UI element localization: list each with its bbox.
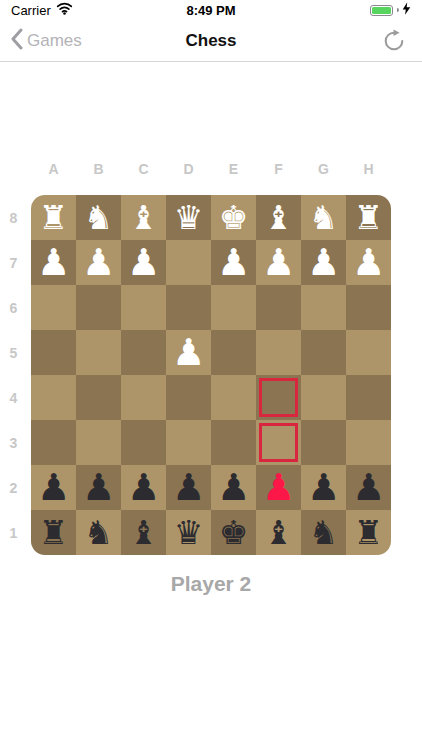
square-B7[interactable]: ♟ (76, 240, 121, 285)
navigation-bar: Games Chess (0, 20, 422, 62)
piece-white-rook: ♜ (354, 201, 384, 234)
battery-icon (370, 5, 393, 16)
square-G6[interactable] (301, 285, 346, 330)
square-G5[interactable] (301, 330, 346, 375)
piece-black-king: ♚ (219, 516, 249, 549)
piece-white-pawn: ♟ (262, 244, 295, 281)
square-E2[interactable]: ♟ (211, 465, 256, 510)
piece-black-pawn: ♟ (127, 469, 160, 506)
file-label-A: A (31, 161, 76, 177)
square-G1[interactable]: ♞ (301, 510, 346, 555)
piece-black-rook: ♜ (39, 516, 69, 549)
rank-label-6: 6 (0, 285, 27, 330)
square-B3[interactable] (76, 420, 121, 465)
piece-white-pawn: ♟ (127, 244, 160, 281)
square-C2[interactable]: ♟ (121, 465, 166, 510)
piece-white-pawn: ♟ (172, 334, 205, 371)
piece-white-pawn: ♟ (37, 244, 70, 281)
phone-screen: Carrier 8:49 PM Games (0, 0, 422, 750)
square-D5[interactable]: ♟ (166, 330, 211, 375)
square-E7[interactable]: ♟ (211, 240, 256, 285)
file-label-C: C (121, 161, 166, 177)
piece-black-pawn: ♟ (217, 469, 250, 506)
piece-black-pawn-selected: ♟ (262, 469, 295, 506)
piece-white-knight: ♞ (309, 201, 339, 234)
piece-white-pawn: ♟ (307, 244, 340, 281)
square-G2[interactable]: ♟ (301, 465, 346, 510)
battery-nub (397, 8, 399, 12)
square-G4[interactable] (301, 375, 346, 420)
piece-white-pawn: ♟ (217, 244, 250, 281)
charging-bolt-icon (402, 2, 411, 18)
square-D7[interactable] (166, 240, 211, 285)
square-D1[interactable]: ♛ (166, 510, 211, 555)
piece-black-pawn: ♟ (172, 469, 205, 506)
board-file-labels: ABCDEFGH (31, 161, 391, 177)
square-F7[interactable]: ♟ (256, 240, 301, 285)
square-C6[interactable] (121, 285, 166, 330)
refresh-button[interactable] (382, 28, 408, 54)
piece-black-knight: ♞ (84, 516, 114, 549)
square-G8[interactable]: ♞ (301, 195, 346, 240)
piece-white-queen: ♛ (174, 201, 204, 234)
square-H6[interactable] (346, 285, 391, 330)
square-A7[interactable]: ♟ (31, 240, 76, 285)
square-A4[interactable] (31, 375, 76, 420)
move-highlight-F3 (259, 423, 298, 462)
wifi-icon (56, 2, 73, 18)
square-H7[interactable]: ♟ (346, 240, 391, 285)
square-D2[interactable]: ♟ (166, 465, 211, 510)
square-C7[interactable]: ♟ (121, 240, 166, 285)
piece-white-pawn: ♟ (352, 244, 385, 281)
piece-white-bishop: ♝ (129, 201, 159, 234)
square-E8[interactable]: ♚ (211, 195, 256, 240)
piece-black-rook: ♜ (354, 516, 384, 549)
square-E5[interactable] (211, 330, 256, 375)
square-D3[interactable] (166, 420, 211, 465)
square-H4[interactable] (346, 375, 391, 420)
piece-black-knight: ♞ (309, 516, 339, 549)
square-A2[interactable]: ♟ (31, 465, 76, 510)
rank-label-3: 3 (0, 420, 27, 465)
square-D8[interactable]: ♛ (166, 195, 211, 240)
square-B1[interactable]: ♞ (76, 510, 121, 555)
rank-label-7: 7 (0, 240, 27, 285)
square-A3[interactable] (31, 420, 76, 465)
square-F2[interactable]: ♟ (256, 465, 301, 510)
square-C4[interactable] (121, 375, 166, 420)
file-label-F: F (256, 161, 301, 177)
rank-label-4: 4 (0, 375, 27, 420)
square-C3[interactable] (121, 420, 166, 465)
rank-label-5: 5 (0, 330, 27, 375)
square-H5[interactable] (346, 330, 391, 375)
square-E3[interactable] (211, 420, 256, 465)
piece-black-bishop: ♝ (129, 516, 159, 549)
square-F6[interactable] (256, 285, 301, 330)
square-A8[interactable]: ♜ (31, 195, 76, 240)
file-label-G: G (301, 161, 346, 177)
square-A6[interactable] (31, 285, 76, 330)
square-G3[interactable] (301, 420, 346, 465)
square-A5[interactable] (31, 330, 76, 375)
piece-black-pawn: ♟ (82, 469, 115, 506)
piece-white-pawn: ♟ (82, 244, 115, 281)
square-H8[interactable]: ♜ (346, 195, 391, 240)
square-E6[interactable] (211, 285, 256, 330)
square-C8[interactable]: ♝ (121, 195, 166, 240)
square-G7[interactable]: ♟ (301, 240, 346, 285)
status-bar: Carrier 8:49 PM (0, 0, 422, 20)
square-F5[interactable] (256, 330, 301, 375)
square-H1[interactable]: ♜ (346, 510, 391, 555)
move-highlight-F4 (259, 378, 298, 417)
square-B4[interactable] (76, 375, 121, 420)
piece-white-king: ♚ (219, 201, 249, 234)
piece-black-queen: ♛ (174, 516, 204, 549)
square-H3[interactable] (346, 420, 391, 465)
rank-label-8: 8 (0, 195, 27, 240)
piece-black-pawn: ♟ (37, 469, 70, 506)
square-B5[interactable] (76, 330, 121, 375)
piece-white-knight: ♞ (84, 201, 114, 234)
piece-white-rook: ♜ (39, 201, 69, 234)
piece-black-bishop: ♝ (264, 516, 294, 549)
piece-black-pawn: ♟ (352, 469, 385, 506)
square-F8[interactable]: ♝ (256, 195, 301, 240)
current-player-label: Player 2 (0, 572, 422, 596)
square-A1[interactable]: ♜ (31, 510, 76, 555)
square-B2[interactable]: ♟ (76, 465, 121, 510)
chess-board: ♜♞♝♛♚♝♞♜♟♟♟♟♟♟♟♟♟♟♟♟♟♟♟♟♜♞♝♛♚♝♞♜ (31, 195, 391, 555)
page-title: Chess (0, 31, 422, 51)
square-E1[interactable]: ♚ (211, 510, 256, 555)
square-D4[interactable] (166, 375, 211, 420)
rank-label-1: 1 (0, 510, 27, 555)
board-rank-labels: 87654321 (0, 195, 27, 555)
piece-black-pawn: ♟ (307, 469, 340, 506)
square-C1[interactable]: ♝ (121, 510, 166, 555)
square-F1[interactable]: ♝ (256, 510, 301, 555)
square-H2[interactable]: ♟ (346, 465, 391, 510)
square-F3[interactable] (256, 420, 301, 465)
carrier-label: Carrier (11, 3, 51, 18)
square-E4[interactable] (211, 375, 256, 420)
square-C5[interactable] (121, 330, 166, 375)
square-D6[interactable] (166, 285, 211, 330)
file-label-D: D (166, 161, 211, 177)
file-label-H: H (346, 161, 391, 177)
file-label-B: B (76, 161, 121, 177)
piece-white-bishop: ♝ (264, 201, 294, 234)
square-B6[interactable] (76, 285, 121, 330)
square-B8[interactable]: ♞ (76, 195, 121, 240)
rank-label-2: 2 (0, 465, 27, 510)
file-label-E: E (211, 161, 256, 177)
square-F4[interactable] (256, 375, 301, 420)
